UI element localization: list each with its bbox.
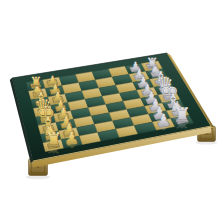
piece-black-pawn: ♟ xyxy=(156,111,171,130)
piece-white-pawn: ♟ xyxy=(64,129,79,148)
chess-board: ♜♜♟♟♟♟♜♜♞♞♟♟♟♟♞♞♝♝♟♟♟♟♝♝♛♛♟♟♟♟♛♛♚♚♟♟♟♟♚♚… xyxy=(0,0,220,220)
piece-black-rook: ♜ xyxy=(173,103,191,127)
chess-set-photo: ♜♜♟♟♟♟♜♜♞♞♟♟♟♟♞♞♝♝♟♟♟♟♝♝♛♛♟♟♟♟♛♛♚♚♟♟♟♟♚♚… xyxy=(0,0,220,220)
piece-white-rook: ♜ xyxy=(44,128,62,152)
